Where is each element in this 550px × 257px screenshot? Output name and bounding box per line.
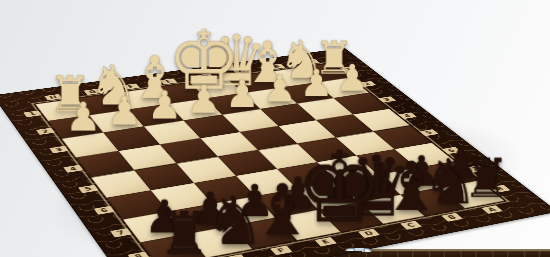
piece-white-pawn-b2[interactable]: ♟ <box>296 64 337 101</box>
photo-background: ♜♞♝♚♛♝♞♜♟♟♟♟♟♟♟♟♟♟♟♟♟♟♟♟♜♞♝♚♛♝♞♜ HHGGFFE… <box>0 0 550 257</box>
rank-label-left-4: 4 <box>63 165 83 173</box>
piece-white-pawn-g2[interactable]: ♟ <box>103 91 146 130</box>
file-label-front-F: F <box>270 246 292 256</box>
chess-board: ♜♞♝♚♛♝♞♜♟♟♟♟♟♟♟♟♟♟♟♟♟♟♟♟♜♞♝♚♛♝♞♜ HHGGFFE… <box>9 54 537 257</box>
rank-label-left-3: 3 <box>49 146 68 153</box>
file-label-front-B: B <box>441 213 463 222</box>
piece-white-pawn-d2[interactable]: ♟ <box>221 75 263 113</box>
piece-white-pawn-e2[interactable]: ♟ <box>183 80 225 118</box>
file-label-front-E: E <box>315 237 337 246</box>
piece-black-rook-h8[interactable]: ♜ <box>158 205 209 257</box>
rank-label-left-7: 7 <box>110 228 132 237</box>
piece-black-knight-g8[interactable]: ♞ <box>205 188 256 255</box>
rank-label-left-5: 5 <box>78 185 98 193</box>
board-squares: ♜♞♝♚♛♝♞♜♟♟♟♟♟♟♟♟♟♟♟♟♟♟♟♟♜♞♝♚♛♝♞♜ <box>35 63 504 257</box>
perspective-wrapper: ♜♞♝♚♛♝♞♜♟♟♟♟♟♟♟♟♟♟♟♟♟♟♟♟♜♞♝♚♛♝♞♜ HHGGFFE… <box>0 0 550 257</box>
piece-white-pawn-f2[interactable]: ♟ <box>143 86 186 125</box>
piece-white-pawn-a2[interactable]: ♟ <box>332 59 372 96</box>
file-label-front-A: A <box>481 205 502 214</box>
square-h2[interactable]: ♟ <box>48 115 103 139</box>
piece-white-pawn-h2[interactable]: ♟ <box>61 97 105 137</box>
piece-white-pawn-c2[interactable]: ♟ <box>259 70 300 108</box>
rank-label-left-1: 1 <box>23 111 41 118</box>
rank-label-left-6: 6 <box>94 206 115 215</box>
rank-label-left-2: 2 <box>36 128 55 135</box>
rank-label-left-8: 8 <box>128 252 150 257</box>
